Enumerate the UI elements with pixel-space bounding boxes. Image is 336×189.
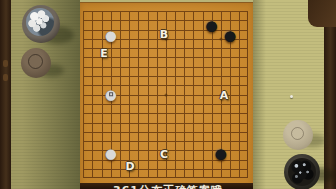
board-point[interactable] <box>175 150 184 159</box>
board-point[interactable] <box>92 11 101 20</box>
board-point[interactable] <box>129 39 138 48</box>
wood-beam-right <box>324 0 336 189</box>
board-point[interactable] <box>102 20 111 29</box>
board-point[interactable] <box>239 67 248 76</box>
board-point[interactable] <box>138 48 147 57</box>
board-point[interactable] <box>138 132 147 141</box>
board-point[interactable] <box>203 30 212 39</box>
board-point[interactable] <box>184 11 193 20</box>
board-point[interactable] <box>239 85 248 94</box>
board-point[interactable] <box>111 20 120 29</box>
board-point[interactable] <box>203 123 212 132</box>
board-point[interactable] <box>184 104 193 113</box>
board-point[interactable] <box>120 20 129 29</box>
board-point[interactable] <box>138 95 147 104</box>
board-point[interactable] <box>83 95 92 104</box>
board-point[interactable] <box>193 85 202 94</box>
board-point[interactable] <box>193 11 202 20</box>
board-point[interactable] <box>120 57 129 66</box>
board-point[interactable] <box>138 141 147 150</box>
board-point[interactable] <box>212 132 221 141</box>
board-point[interactable] <box>212 11 221 20</box>
board-point[interactable] <box>193 141 202 150</box>
board-point[interactable] <box>120 132 129 141</box>
board-point[interactable] <box>102 76 111 85</box>
board-point[interactable] <box>83 132 92 141</box>
board-point[interactable] <box>184 20 193 29</box>
board-point[interactable] <box>184 39 193 48</box>
board-point[interactable] <box>148 76 157 85</box>
board-point[interactable] <box>102 160 111 169</box>
board-point[interactable] <box>193 57 202 66</box>
board-point[interactable] <box>83 48 92 57</box>
board-point[interactable] <box>111 123 120 132</box>
board-point[interactable] <box>175 67 184 76</box>
board-point[interactable] <box>83 104 92 113</box>
board-point[interactable] <box>157 76 166 85</box>
board-point[interactable] <box>120 48 129 57</box>
star-point <box>219 149 222 152</box>
board-point[interactable] <box>175 169 184 178</box>
board-point[interactable] <box>92 160 101 169</box>
board-point[interactable] <box>230 20 239 29</box>
board-point[interactable] <box>111 11 120 20</box>
board-point[interactable] <box>148 39 157 48</box>
board-point[interactable] <box>157 11 166 20</box>
board-point[interactable] <box>239 104 248 113</box>
board-point[interactable] <box>175 11 184 20</box>
board-point[interactable] <box>203 11 212 20</box>
board-point[interactable] <box>92 104 101 113</box>
board-point[interactable] <box>157 104 166 113</box>
board-point[interactable] <box>230 30 239 39</box>
board-point[interactable] <box>175 39 184 48</box>
board-point[interactable] <box>184 123 193 132</box>
board-point[interactable] <box>157 123 166 132</box>
board-point[interactable] <box>175 160 184 169</box>
board-point[interactable] <box>184 85 193 94</box>
go-board[interactable]: ●●●●●●ABCDE <box>80 2 253 189</box>
board-point[interactable] <box>221 67 230 76</box>
point-label-B[interactable]: B <box>160 28 168 41</box>
board-point[interactable] <box>120 95 129 104</box>
board-point[interactable] <box>230 85 239 94</box>
board-point[interactable] <box>239 169 248 178</box>
board-point[interactable] <box>92 85 101 94</box>
board-point[interactable] <box>230 104 239 113</box>
board-point[interactable] <box>193 48 202 57</box>
board-point[interactable] <box>138 30 147 39</box>
board-point[interactable] <box>166 160 175 169</box>
star-point <box>109 37 112 40</box>
board-point[interactable] <box>203 85 212 94</box>
board-point[interactable] <box>129 67 138 76</box>
board-point[interactable] <box>102 104 111 113</box>
board-point[interactable] <box>166 57 175 66</box>
board-point[interactable] <box>148 85 157 94</box>
board-point[interactable] <box>111 95 120 104</box>
board-point[interactable] <box>221 123 230 132</box>
board-point[interactable] <box>138 85 147 94</box>
board-point[interactable] <box>148 30 157 39</box>
board-point[interactable] <box>203 95 212 104</box>
board-point[interactable] <box>148 57 157 66</box>
board-point[interactable] <box>203 150 212 159</box>
board-point[interactable] <box>148 67 157 76</box>
board-point[interactable] <box>203 67 212 76</box>
board-point[interactable] <box>221 11 230 20</box>
board-point[interactable] <box>120 67 129 76</box>
board-point[interactable] <box>83 85 92 94</box>
board-point[interactable] <box>120 113 129 122</box>
board-point[interactable] <box>92 123 101 132</box>
board-point[interactable] <box>148 104 157 113</box>
board-point[interactable] <box>230 39 239 48</box>
board-point[interactable] <box>83 123 92 132</box>
board-point[interactable] <box>148 95 157 104</box>
board-point[interactable] <box>92 169 101 178</box>
board-point[interactable] <box>120 123 129 132</box>
board-point[interactable] <box>212 57 221 66</box>
board-point[interactable] <box>83 67 92 76</box>
board-point[interactable] <box>138 39 147 48</box>
board-point[interactable] <box>184 150 193 159</box>
board-point[interactable] <box>166 169 175 178</box>
board-point[interactable] <box>83 169 92 178</box>
board-point[interactable] <box>175 20 184 29</box>
board-point[interactable] <box>129 20 138 29</box>
board-point[interactable] <box>175 95 184 104</box>
board-point[interactable] <box>212 123 221 132</box>
board-point[interactable] <box>239 20 248 29</box>
wood-corner-top-right <box>308 0 336 27</box>
board-point[interactable] <box>175 57 184 66</box>
board-point[interactable] <box>166 67 175 76</box>
board-point[interactable] <box>111 57 120 66</box>
board-point[interactable] <box>148 123 157 132</box>
board-point[interactable] <box>184 67 193 76</box>
board-point[interactable] <box>129 48 138 57</box>
subtitle-text: 361分布正确答案哦 <box>113 183 223 189</box>
board-point[interactable] <box>221 132 230 141</box>
board-point[interactable] <box>157 132 166 141</box>
board-point[interactable] <box>230 150 239 159</box>
board-point[interactable] <box>83 30 92 39</box>
board-point[interactable] <box>120 150 129 159</box>
board-point[interactable] <box>111 113 120 122</box>
board-point[interactable] <box>230 160 239 169</box>
board-point[interactable] <box>193 132 202 141</box>
board-point[interactable] <box>92 113 101 122</box>
board-point[interactable] <box>175 104 184 113</box>
board-point[interactable] <box>83 39 92 48</box>
board-point[interactable] <box>138 123 147 132</box>
board-point[interactable] <box>239 95 248 104</box>
board-point[interactable] <box>184 160 193 169</box>
board-point[interactable] <box>148 132 157 141</box>
board-point[interactable] <box>175 76 184 85</box>
board-point[interactable] <box>239 141 248 150</box>
board-point[interactable] <box>175 113 184 122</box>
carving-detail-icon <box>3 60 8 67</box>
board-point[interactable] <box>92 95 101 104</box>
board-point[interactable] <box>111 160 120 169</box>
board-point[interactable] <box>102 169 111 178</box>
board-point[interactable] <box>138 150 147 159</box>
board-point[interactable] <box>221 169 230 178</box>
board-point[interactable] <box>157 113 166 122</box>
board-point[interactable] <box>166 11 175 20</box>
board-point[interactable] <box>92 132 101 141</box>
board-point[interactable] <box>212 113 221 122</box>
board-point[interactable] <box>221 104 230 113</box>
board-point[interactable] <box>193 104 202 113</box>
board-point[interactable] <box>129 85 138 94</box>
board-point[interactable] <box>230 123 239 132</box>
board-point[interactable] <box>157 57 166 66</box>
board-point[interactable] <box>129 76 138 85</box>
point-label-C[interactable]: C <box>160 148 168 161</box>
board-point[interactable] <box>175 132 184 141</box>
board-point[interactable] <box>212 67 221 76</box>
board-point[interactable] <box>212 48 221 57</box>
board-point[interactable] <box>230 141 239 150</box>
board-point[interactable] <box>102 132 111 141</box>
board-point[interactable] <box>230 169 239 178</box>
board-point[interactable] <box>175 30 184 39</box>
board-point[interactable] <box>239 123 248 132</box>
board-point[interactable] <box>83 150 92 159</box>
board-point[interactable] <box>221 113 230 122</box>
board-point[interactable] <box>203 104 212 113</box>
board-point[interactable] <box>83 141 92 150</box>
board-point[interactable] <box>193 150 202 159</box>
board-point[interactable] <box>212 169 221 178</box>
board-point[interactable] <box>102 123 111 132</box>
board-point[interactable] <box>166 132 175 141</box>
board-point[interactable] <box>148 141 157 150</box>
board-point[interactable] <box>138 20 147 29</box>
board-point[interactable] <box>239 48 248 57</box>
board-point[interactable] <box>120 11 129 20</box>
board-point[interactable] <box>184 95 193 104</box>
board-point[interactable] <box>203 48 212 57</box>
board-point[interactable] <box>184 30 193 39</box>
board-point[interactable] <box>193 20 202 29</box>
board-point[interactable] <box>129 95 138 104</box>
board-point[interactable] <box>129 141 138 150</box>
board-point[interactable] <box>166 76 175 85</box>
board-point[interactable] <box>193 169 202 178</box>
board-point[interactable] <box>83 160 92 169</box>
board-point[interactable] <box>175 48 184 57</box>
board-point[interactable] <box>193 39 202 48</box>
board-point[interactable] <box>111 104 120 113</box>
board-point[interactable] <box>148 150 157 159</box>
board-point[interactable] <box>129 113 138 122</box>
board-point[interactable] <box>120 85 129 94</box>
board-point[interactable] <box>138 76 147 85</box>
board-point[interactable] <box>184 48 193 57</box>
board-point[interactable] <box>184 169 193 178</box>
board-point[interactable] <box>203 160 212 169</box>
board-point[interactable] <box>83 57 92 66</box>
board-point[interactable] <box>157 67 166 76</box>
board-point[interactable] <box>221 150 230 159</box>
board-point[interactable] <box>221 160 230 169</box>
point-label-D[interactable]: D <box>125 160 134 173</box>
board-point[interactable] <box>193 30 202 39</box>
board-point[interactable] <box>193 95 202 104</box>
board-point[interactable] <box>221 39 230 48</box>
board-point[interactable] <box>83 113 92 122</box>
board-point[interactable] <box>175 85 184 94</box>
board-point[interactable] <box>175 141 184 150</box>
board-point[interactable] <box>239 39 248 48</box>
board-point[interactable] <box>120 104 129 113</box>
board-point[interactable] <box>92 76 101 85</box>
board-point[interactable] <box>221 20 230 29</box>
board-point[interactable] <box>184 57 193 66</box>
board-point[interactable] <box>102 11 111 20</box>
board-point[interactable] <box>212 20 221 29</box>
board-point[interactable] <box>193 123 202 132</box>
board-point[interactable] <box>166 48 175 57</box>
carving-detail-icon <box>3 74 8 81</box>
board-point[interactable] <box>184 76 193 85</box>
board-point[interactable] <box>230 57 239 66</box>
board-point[interactable] <box>221 48 230 57</box>
board-point[interactable] <box>203 141 212 150</box>
board-point[interactable] <box>184 132 193 141</box>
board-point[interactable] <box>166 123 175 132</box>
board-point[interactable] <box>212 104 221 113</box>
board-point[interactable] <box>102 67 111 76</box>
board-point[interactable] <box>193 76 202 85</box>
board-point[interactable] <box>148 169 157 178</box>
board-shadow-right <box>253 0 266 189</box>
board-point[interactable] <box>221 76 230 85</box>
point-label-E[interactable]: E <box>100 47 108 60</box>
board-point[interactable] <box>111 67 120 76</box>
board-point[interactable] <box>138 160 147 169</box>
board-point[interactable] <box>203 76 212 85</box>
board-point[interactable] <box>230 113 239 122</box>
board-point[interactable] <box>92 67 101 76</box>
board-point[interactable] <box>212 160 221 169</box>
board-point[interactable] <box>203 113 212 122</box>
board-point[interactable] <box>157 160 166 169</box>
board-point[interactable] <box>203 57 212 66</box>
board-point[interactable] <box>92 150 101 159</box>
board-point[interactable] <box>92 141 101 150</box>
board-point[interactable] <box>111 39 120 48</box>
board-point[interactable] <box>148 48 157 57</box>
board-point[interactable] <box>111 150 120 159</box>
board-point[interactable] <box>92 20 101 29</box>
board-point[interactable] <box>230 95 239 104</box>
board-point[interactable] <box>129 132 138 141</box>
board-point[interactable] <box>129 104 138 113</box>
board-point[interactable] <box>239 150 248 159</box>
board-point[interactable] <box>193 160 202 169</box>
board-point[interactable] <box>203 20 212 29</box>
board-point[interactable] <box>203 169 212 178</box>
board-point[interactable] <box>129 57 138 66</box>
board-point[interactable] <box>230 48 239 57</box>
board-point[interactable] <box>148 11 157 20</box>
board-point[interactable] <box>184 113 193 122</box>
wood-beam-left <box>0 0 11 189</box>
board-point[interactable] <box>193 113 202 122</box>
board-point[interactable] <box>111 48 120 57</box>
board-point[interactable] <box>239 113 248 122</box>
board-point[interactable] <box>111 132 120 141</box>
board-point[interactable] <box>129 123 138 132</box>
board-point[interactable] <box>138 11 147 20</box>
point-label-A[interactable]: A <box>220 89 229 102</box>
board-point[interactable] <box>230 76 239 85</box>
board-point[interactable] <box>230 11 239 20</box>
board-point[interactable] <box>166 95 175 104</box>
board-point[interactable] <box>83 11 92 20</box>
board-point[interactable] <box>157 48 166 57</box>
board-point[interactable] <box>120 76 129 85</box>
board-point[interactable] <box>193 67 202 76</box>
board-point[interactable] <box>239 30 248 39</box>
board-point[interactable] <box>175 123 184 132</box>
board-point[interactable] <box>230 67 239 76</box>
board-point[interactable] <box>92 30 101 39</box>
board-point[interactable] <box>239 57 248 66</box>
board-point[interactable] <box>184 141 193 150</box>
board-point[interactable] <box>83 20 92 29</box>
board-point[interactable] <box>230 132 239 141</box>
board-point[interactable] <box>239 76 248 85</box>
board-point[interactable] <box>166 104 175 113</box>
board-point[interactable] <box>138 104 147 113</box>
board-point[interactable] <box>166 113 175 122</box>
board-point[interactable] <box>157 169 166 178</box>
board-point[interactable] <box>138 113 147 122</box>
board-point[interactable] <box>148 160 157 169</box>
board-point[interactable] <box>212 76 221 85</box>
board-point[interactable] <box>239 160 248 169</box>
board-point[interactable] <box>83 76 92 85</box>
board-point[interactable] <box>138 57 147 66</box>
board-point[interactable] <box>138 169 147 178</box>
board-point[interactable] <box>111 169 120 178</box>
board-point[interactable] <box>148 20 157 29</box>
go-game-scene: ●●●●●●ABCDE 361分布正确答案哦 <box>0 0 336 189</box>
star-point <box>219 37 222 40</box>
board-point[interactable] <box>203 39 212 48</box>
board-point[interactable] <box>120 141 129 150</box>
board-point[interactable] <box>129 11 138 20</box>
board-point[interactable] <box>120 30 129 39</box>
board-point[interactable] <box>120 39 129 48</box>
board-point[interactable] <box>203 132 212 141</box>
board-point[interactable] <box>102 113 111 122</box>
board-point[interactable] <box>239 11 248 20</box>
board-point[interactable] <box>138 67 147 76</box>
board-point[interactable] <box>239 132 248 141</box>
board-point[interactable] <box>148 113 157 122</box>
board-point[interactable] <box>111 76 120 85</box>
board-point[interactable] <box>129 30 138 39</box>
board-point[interactable] <box>221 57 230 66</box>
board-point[interactable] <box>129 150 138 159</box>
